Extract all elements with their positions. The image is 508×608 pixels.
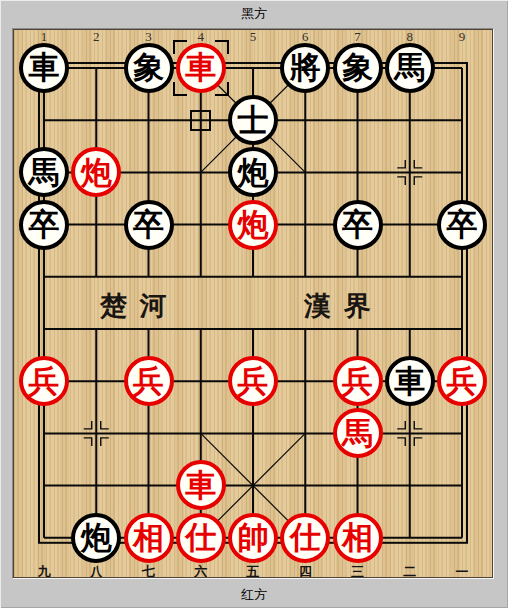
black-side-label: 黑方 <box>0 5 508 23</box>
intersection-1-4: 卒 <box>18 198 70 250</box>
xiangqi-board[interactable]: 123456789 九八七六五四三二一 楚 河 漢 界 車象車將象馬士馬炮炮卒卒… <box>13 29 493 578</box>
intersection-8-7: 車 <box>384 355 436 407</box>
intersection-4-1: 車 <box>175 42 227 94</box>
intersection-4-9: 車 <box>175 459 227 511</box>
intersection-7-1: 象 <box>331 42 383 94</box>
piece-red-general[interactable]: 帥 <box>228 513 278 563</box>
piece-black-soldier[interactable]: 卒 <box>333 200 383 250</box>
piece-red-advisor[interactable]: 仕 <box>280 513 330 563</box>
move-origin-marker <box>190 110 211 131</box>
intersection-1-1: 車 <box>18 42 70 94</box>
intersection-5-3: 炮 <box>227 146 279 198</box>
piece-red-soldier[interactable]: 兵 <box>124 356 174 406</box>
piece-red-soldier[interactable]: 兵 <box>19 356 69 406</box>
file-number-label: 一 <box>436 565 488 578</box>
intersection-2-10: 炮 <box>70 512 122 564</box>
intersection-7-10: 相 <box>331 512 383 564</box>
piece-red-soldier[interactable]: 兵 <box>228 356 278 406</box>
piece-black-soldier[interactable]: 卒 <box>124 200 174 250</box>
intersection-7-7: 兵 <box>331 355 383 407</box>
intersection-5-10: 帥 <box>227 512 279 564</box>
intersection-9-4: 卒 <box>436 198 488 250</box>
piece-red-soldier[interactable]: 兵 <box>333 356 383 406</box>
piece-black-soldier[interactable]: 卒 <box>437 200 487 250</box>
intersection-3-1: 象 <box>122 42 174 94</box>
intersection-6-1: 將 <box>279 42 331 94</box>
pieces-layer: 車象車將象馬士馬炮炮卒卒炮卒卒兵兵兵兵車兵馬車炮相仕帥仕相 <box>18 42 488 564</box>
piece-black-cannon[interactable]: 炮 <box>71 513 121 563</box>
piece-black-horse[interactable]: 馬 <box>385 43 435 93</box>
intersection-3-7: 兵 <box>122 355 174 407</box>
piece-black-chariot[interactable]: 車 <box>385 356 435 406</box>
intersection-9-7: 兵 <box>436 355 488 407</box>
piece-red-elephant[interactable]: 相 <box>333 513 383 563</box>
piece-black-elephant[interactable]: 象 <box>124 43 174 93</box>
piece-black-soldier[interactable]: 卒 <box>19 200 69 250</box>
intersection-7-8: 馬 <box>331 407 383 459</box>
piece-red-chariot[interactable]: 車 <box>176 460 226 510</box>
piece-black-horse[interactable]: 馬 <box>19 147 69 197</box>
intersection-4-2 <box>175 94 227 146</box>
intersection-5-2: 士 <box>227 94 279 146</box>
intersection-3-10: 相 <box>122 512 174 564</box>
file-number-label: 八 <box>70 565 122 578</box>
file-numbers-bottom: 九八七六五四三二一 <box>18 565 488 578</box>
intersection-3-4: 卒 <box>122 198 174 250</box>
intersection-4-10: 仕 <box>175 512 227 564</box>
intersection-6-10: 仕 <box>279 512 331 564</box>
red-side-label: 红方 <box>0 586 508 604</box>
piece-black-chariot[interactable]: 車 <box>19 43 69 93</box>
piece-black-cannon[interactable]: 炮 <box>228 147 278 197</box>
intersection-5-4: 炮 <box>227 198 279 250</box>
intersection-5-7: 兵 <box>227 355 279 407</box>
intersection-7-4: 卒 <box>331 198 383 250</box>
piece-black-elephant[interactable]: 象 <box>333 43 383 93</box>
piece-red-cannon[interactable]: 炮 <box>71 147 121 197</box>
xiangqi-app: 黑方 123456789 九八七六五四三二一 楚 河 漢 界 車象車將象馬士馬炮… <box>0 0 508 608</box>
file-number-label: 六 <box>175 565 227 578</box>
file-number-label: 五 <box>227 565 279 578</box>
piece-red-chariot[interactable]: 車 <box>176 43 226 93</box>
piece-black-advisor[interactable]: 士 <box>228 95 278 145</box>
piece-black-general[interactable]: 將 <box>280 43 330 93</box>
intersection-2-3: 炮 <box>70 146 122 198</box>
piece-red-horse[interactable]: 馬 <box>333 408 383 458</box>
intersection-8-1: 馬 <box>384 42 436 94</box>
intersection-1-7: 兵 <box>18 355 70 407</box>
file-number-label: 三 <box>331 565 383 578</box>
piece-red-soldier[interactable]: 兵 <box>437 356 487 406</box>
piece-red-cannon[interactable]: 炮 <box>228 200 278 250</box>
file-number-label: 九 <box>18 565 70 578</box>
file-number-label: 七 <box>122 565 174 578</box>
file-number-label: 二 <box>384 565 436 578</box>
piece-red-advisor[interactable]: 仕 <box>176 513 226 563</box>
intersection-1-3: 馬 <box>18 146 70 198</box>
piece-red-elephant[interactable]: 相 <box>124 513 174 563</box>
file-number-label: 四 <box>279 565 331 578</box>
board-panel: 123456789 九八七六五四三二一 楚 河 漢 界 車象車將象馬士馬炮炮卒卒… <box>12 28 494 579</box>
